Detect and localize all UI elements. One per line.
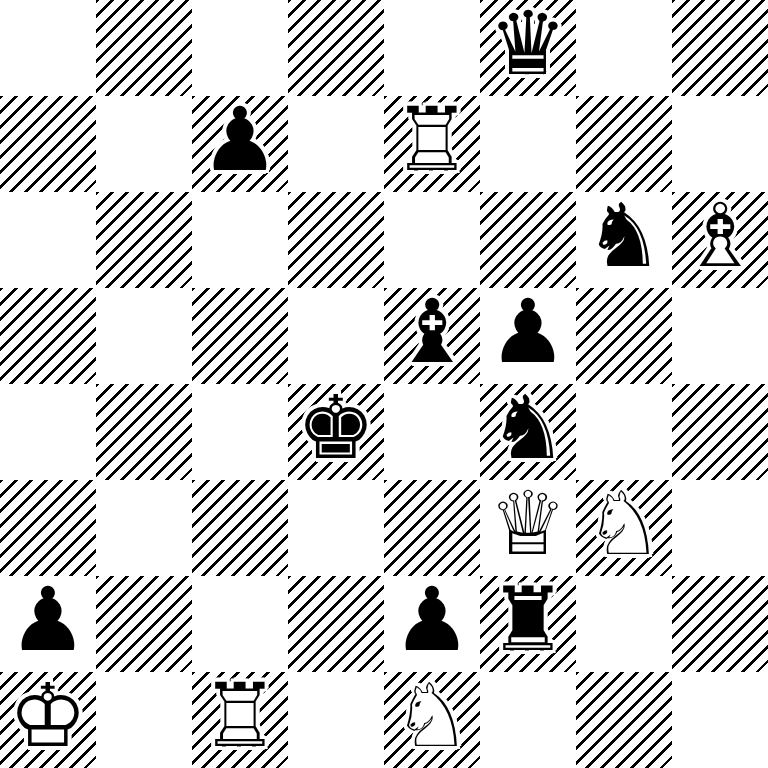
square-f2[interactable]: ♜♜ bbox=[480, 576, 576, 672]
square-d4[interactable]: ♚♚ bbox=[288, 384, 384, 480]
square-f6[interactable] bbox=[480, 192, 576, 288]
square-c7[interactable]: ♟♟ bbox=[192, 96, 288, 192]
square-g4[interactable] bbox=[576, 384, 672, 480]
square-b7[interactable] bbox=[96, 96, 192, 192]
black-pawn-icon: ♟ bbox=[201, 96, 280, 184]
square-h2[interactable] bbox=[672, 576, 768, 672]
square-d2[interactable] bbox=[288, 576, 384, 672]
square-c3[interactable] bbox=[192, 480, 288, 576]
square-b3[interactable] bbox=[96, 480, 192, 576]
square-f1[interactable] bbox=[480, 672, 576, 768]
piece-white-rook-c1[interactable]: ♜♖ bbox=[192, 672, 288, 768]
piece-white-bishop-h6[interactable]: ♝♗ bbox=[672, 192, 768, 288]
square-b8[interactable] bbox=[96, 0, 192, 96]
piece-white-knight-e1[interactable]: ♞♘ bbox=[384, 672, 480, 768]
square-g1[interactable] bbox=[576, 672, 672, 768]
white-knight-icon: ♘ bbox=[393, 672, 472, 760]
square-c6[interactable] bbox=[192, 192, 288, 288]
white-king-icon: ♔ bbox=[9, 672, 88, 760]
square-h4[interactable] bbox=[672, 384, 768, 480]
square-a8[interactable] bbox=[0, 0, 96, 96]
square-d3[interactable] bbox=[288, 480, 384, 576]
square-e1[interactable]: ♞♘ bbox=[384, 672, 480, 768]
white-rook-icon: ♖ bbox=[393, 96, 472, 184]
square-b1[interactable] bbox=[96, 672, 192, 768]
square-c8[interactable] bbox=[192, 0, 288, 96]
square-f3[interactable]: ♛♕ bbox=[480, 480, 576, 576]
square-f5[interactable]: ♟♟ bbox=[480, 288, 576, 384]
square-a2[interactable]: ♟♟ bbox=[0, 576, 96, 672]
white-knight-icon: ♘ bbox=[585, 480, 664, 568]
square-g6[interactable]: ♞♞ bbox=[576, 192, 672, 288]
square-d8[interactable] bbox=[288, 0, 384, 96]
square-g5[interactable] bbox=[576, 288, 672, 384]
square-a4[interactable] bbox=[0, 384, 96, 480]
piece-black-knight-f4[interactable]: ♞♞ bbox=[480, 384, 576, 480]
square-e8[interactable] bbox=[384, 0, 480, 96]
square-b6[interactable] bbox=[96, 192, 192, 288]
piece-black-pawn-a2[interactable]: ♟♟ bbox=[0, 576, 96, 672]
white-rook-icon: ♖ bbox=[201, 672, 280, 760]
square-c2[interactable] bbox=[192, 576, 288, 672]
piece-black-pawn-c7[interactable]: ♟♟ bbox=[192, 96, 288, 192]
black-pawn-icon: ♟ bbox=[9, 576, 88, 664]
piece-black-rook-f2[interactable]: ♜♜ bbox=[480, 576, 576, 672]
piece-white-king-a1[interactable]: ♚♔ bbox=[0, 672, 96, 768]
black-knight-icon: ♞ bbox=[585, 192, 664, 280]
square-h5[interactable] bbox=[672, 288, 768, 384]
black-king-icon: ♚ bbox=[297, 384, 376, 472]
square-a1[interactable]: ♚♔ bbox=[0, 672, 96, 768]
square-d1[interactable] bbox=[288, 672, 384, 768]
square-c4[interactable] bbox=[192, 384, 288, 480]
square-g3[interactable]: ♞♘ bbox=[576, 480, 672, 576]
square-d7[interactable] bbox=[288, 96, 384, 192]
square-a6[interactable] bbox=[0, 192, 96, 288]
piece-black-queen-f8[interactable]: ♛♛ bbox=[480, 0, 576, 96]
piece-black-knight-g6[interactable]: ♞♞ bbox=[576, 192, 672, 288]
chessboard: ♛♛♟♟♜♖♞♞♝♗♝♝♟♟♚♚♞♞♛♕♞♘♟♟♟♟♜♜♚♔♜♖♞♘ bbox=[0, 0, 768, 768]
square-h3[interactable] bbox=[672, 480, 768, 576]
black-pawn-icon: ♟ bbox=[393, 576, 472, 664]
piece-black-pawn-f5[interactable]: ♟♟ bbox=[480, 288, 576, 384]
square-c5[interactable] bbox=[192, 288, 288, 384]
piece-black-pawn-e2[interactable]: ♟♟ bbox=[384, 576, 480, 672]
square-f7[interactable] bbox=[480, 96, 576, 192]
chess-diagram: ♛♛♟♟♜♖♞♞♝♗♝♝♟♟♚♚♞♞♛♕♞♘♟♟♟♟♜♜♚♔♜♖♞♘ bbox=[0, 0, 768, 768]
black-rook-icon: ♜ bbox=[489, 576, 568, 664]
square-b4[interactable] bbox=[96, 384, 192, 480]
square-c1[interactable]: ♜♖ bbox=[192, 672, 288, 768]
square-g7[interactable] bbox=[576, 96, 672, 192]
square-h7[interactable] bbox=[672, 96, 768, 192]
piece-white-queen-f3[interactable]: ♛♕ bbox=[480, 480, 576, 576]
square-e6[interactable] bbox=[384, 192, 480, 288]
square-b5[interactable] bbox=[96, 288, 192, 384]
square-e3[interactable] bbox=[384, 480, 480, 576]
square-g8[interactable] bbox=[576, 0, 672, 96]
piece-black-bishop-e5[interactable]: ♝♝ bbox=[384, 288, 480, 384]
square-a3[interactable] bbox=[0, 480, 96, 576]
black-queen-icon: ♛ bbox=[489, 0, 568, 88]
square-e2[interactable]: ♟♟ bbox=[384, 576, 480, 672]
piece-white-knight-g3[interactable]: ♞♘ bbox=[576, 480, 672, 576]
square-h6[interactable]: ♝♗ bbox=[672, 192, 768, 288]
square-b2[interactable] bbox=[96, 576, 192, 672]
piece-white-rook-e7[interactable]: ♜♖ bbox=[384, 96, 480, 192]
square-h8[interactable] bbox=[672, 0, 768, 96]
piece-black-king-d4[interactable]: ♚♚ bbox=[288, 384, 384, 480]
white-queen-icon: ♕ bbox=[489, 480, 568, 568]
square-a7[interactable] bbox=[0, 96, 96, 192]
square-a5[interactable] bbox=[0, 288, 96, 384]
square-e5[interactable]: ♝♝ bbox=[384, 288, 480, 384]
square-g2[interactable] bbox=[576, 576, 672, 672]
square-f8[interactable]: ♛♛ bbox=[480, 0, 576, 96]
black-bishop-icon: ♝ bbox=[393, 288, 472, 376]
square-d5[interactable] bbox=[288, 288, 384, 384]
square-e7[interactable]: ♜♖ bbox=[384, 96, 480, 192]
white-bishop-icon: ♗ bbox=[681, 192, 760, 280]
black-knight-icon: ♞ bbox=[489, 384, 568, 472]
square-e4[interactable] bbox=[384, 384, 480, 480]
square-d6[interactable] bbox=[288, 192, 384, 288]
square-h1[interactable] bbox=[672, 672, 768, 768]
black-pawn-icon: ♟ bbox=[489, 288, 568, 376]
square-f4[interactable]: ♞♞ bbox=[480, 384, 576, 480]
